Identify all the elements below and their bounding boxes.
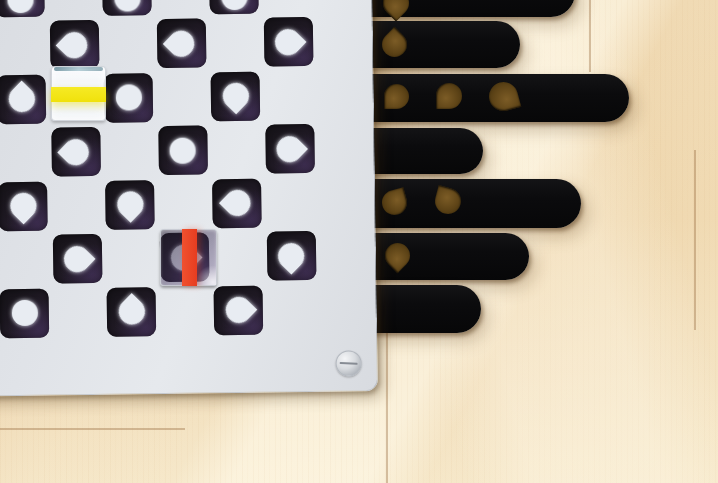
yellow-stripe-cube[interactable]	[51, 66, 106, 121]
white-circle-icon	[169, 137, 195, 163]
board-square-r4c2	[105, 180, 155, 230]
scene	[0, 0, 718, 483]
board-square-r3c5	[265, 124, 315, 174]
screw-slot	[339, 362, 357, 365]
board-square-r4c0	[0, 181, 48, 231]
white-circle-icon	[115, 84, 141, 110]
drop-cutout-icon	[378, 0, 415, 21]
board-square-r3c3	[158, 125, 208, 175]
board-square-r0c0	[0, 0, 45, 17]
board-square-r4c4	[212, 178, 262, 228]
board-square-r6c2	[107, 287, 157, 337]
drop-cutout-icon	[432, 185, 464, 217]
drop-cutout-icon	[485, 78, 521, 114]
board-grid	[0, 0, 377, 396]
drop-cutout-icon	[379, 237, 414, 272]
droplet-paddle-3[interactable]	[330, 74, 629, 122]
board-square-r0c4	[209, 0, 259, 14]
board-square-r6c4	[214, 285, 264, 335]
board-square-r6c0	[0, 288, 49, 338]
drop-cutout-icon	[436, 83, 462, 109]
cube-corner-glint	[195, 266, 216, 285]
board-square-r3c1	[51, 127, 101, 177]
board-square-r5c5	[266, 231, 316, 281]
board-square-r1c3	[156, 18, 206, 68]
board-square-r2c0	[0, 74, 46, 124]
drop-cutout-icon	[384, 84, 409, 109]
board-square-r2c2	[104, 73, 154, 123]
red-stripe-cube[interactable]	[160, 229, 217, 286]
board-square-r0c2	[102, 0, 152, 15]
game-board	[0, 0, 378, 397]
yellow-stripe	[51, 87, 106, 102]
board-square-r1c1	[49, 20, 99, 70]
white-circle-icon	[11, 300, 37, 326]
board-square-r1c5	[263, 17, 313, 67]
board-square-r5c1	[52, 234, 102, 284]
drop-cutout-icon	[379, 187, 410, 218]
cube-top-edge	[54, 67, 103, 71]
drop-cutout-icon	[376, 26, 411, 61]
board-square-r2c4	[211, 71, 261, 121]
